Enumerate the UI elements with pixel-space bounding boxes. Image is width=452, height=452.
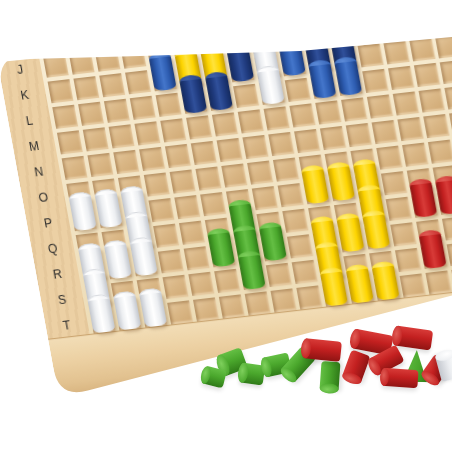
board-cell-N9[interactable] [268,132,294,156]
board-cell-M9[interactable] [264,106,290,130]
board-cell-Q4[interactable] [153,224,179,248]
board-cell-O14[interactable] [402,143,428,167]
board-cell-N6[interactable] [191,141,217,165]
board-cell-O8[interactable] [247,161,273,185]
board-cell-M12[interactable] [341,97,367,121]
board-cell-P6[interactable] [200,192,226,216]
board-cell-M2[interactable] [83,127,109,151]
board-cell-S13[interactable] [395,248,421,272]
board-cell-L10[interactable] [285,78,311,102]
board-cell-L4[interactable] [130,96,156,120]
board-cell-T5[interactable] [193,297,219,321]
loose-peg-endcap [199,365,212,385]
board-cell-T8[interactable] [271,288,297,312]
board-cell-O4[interactable] [144,172,170,196]
board-cell-M5[interactable] [160,118,186,142]
board-cell-M13[interactable] [367,94,393,118]
board-cell-J16[interactable] [431,9,452,33]
row-label-S: S [40,290,85,311]
board-cell-N5[interactable] [165,144,191,168]
board-cell-T14[interactable] [426,271,452,295]
board-cell-R4[interactable] [158,249,184,273]
board-cell-K13[interactable] [358,43,384,67]
board-cell-N11[interactable] [320,126,346,150]
board-cell-L16[interactable] [440,60,452,84]
board-cell-Q9[interactable] [282,209,308,233]
board-cell-K2[interactable] [73,76,99,100]
board-cell-T9[interactable] [296,285,322,309]
board-cell-N4[interactable] [139,147,165,171]
board-cell-K3[interactable] [99,73,125,97]
board-cell-R9[interactable] [287,234,313,258]
board-cell-N15[interactable] [423,114,449,138]
board-cell-R5[interactable] [184,246,210,270]
loose-peg-endcap [391,325,404,346]
board-cell-O13[interactable] [376,146,402,170]
board-cell-L15[interactable] [414,63,440,87]
loose-peg-endcap [434,348,452,363]
board-cell-T6[interactable] [219,294,245,318]
board-cell-Q5[interactable] [179,221,205,245]
board-cell-L3[interactable] [104,99,130,123]
loose-peg-endcap [278,364,299,384]
photo-scene: JKLMNOPQRST [0,0,452,452]
loose-peg-red[interactable] [393,325,433,350]
board-cell-O5[interactable] [170,170,196,194]
row-label-J: J [0,59,42,80]
loose-peg-endcap [300,338,312,359]
loose-peg-red[interactable] [381,368,418,388]
table-surface [0,386,452,452]
board-cell-M4[interactable] [134,121,160,145]
board-cell-S6[interactable] [214,269,240,293]
board-cell-O9[interactable] [273,158,299,182]
board-cell-J14[interactable] [379,15,405,39]
row-label-Q: Q [31,239,76,260]
board-cell-L8[interactable] [233,84,259,108]
board-cell-L5[interactable] [156,93,182,117]
board-cell-P13[interactable] [381,171,407,195]
board-cell-P4[interactable] [149,198,175,222]
board-cell-T7[interactable] [245,291,271,315]
row-label-L: L [7,111,52,132]
board-cell-M11[interactable] [315,100,341,124]
loose-peg-red[interactable] [341,349,370,384]
board-cell-N14[interactable] [398,117,424,141]
board-cell-L2[interactable] [78,102,104,126]
board-cell-K14[interactable] [384,40,410,64]
board-cell-S8[interactable] [266,263,292,287]
board-cell-N13[interactable] [372,120,398,144]
board-cell-J1[interactable] [43,54,69,78]
board-cell-K15[interactable] [409,37,435,61]
board-cell-R15[interactable] [442,216,452,240]
board-cell-J13[interactable] [353,18,379,42]
board-cell-T4[interactable] [167,300,193,324]
row-label-R: R [35,264,80,285]
board-cell-O7[interactable] [221,164,247,188]
board-cell-S15[interactable] [447,242,452,266]
board-cell-M14[interactable] [393,91,419,115]
board-cell-M16[interactable] [445,85,452,109]
board-cell-R13[interactable] [390,222,416,246]
board-cell-N2[interactable] [87,153,113,177]
board-cell-M1[interactable] [57,130,83,154]
board-cell-P5[interactable] [174,195,200,219]
loose-peg-green[interactable] [319,360,340,391]
board-cell-N1[interactable] [62,156,88,180]
board-cell-O6[interactable] [196,167,222,191]
board-cell-J15[interactable] [405,12,431,36]
loose-peg-green[interactable] [201,366,227,389]
board-cell-N8[interactable] [243,135,269,159]
board-cell-L14[interactable] [388,66,414,90]
board-cell-T13[interactable] [400,274,426,298]
board-cell-N10[interactable] [294,129,320,153]
loose-peg-endcap [379,368,389,387]
board-cell-P9[interactable] [278,183,304,207]
board-cell-Q13[interactable] [386,197,412,221]
board-cell-J4[interactable] [120,45,146,69]
board-cell-N12[interactable] [346,123,372,147]
board-cell-L1[interactable] [52,105,78,129]
row-label-K: K [2,85,47,106]
row-label-T: T [45,315,90,336]
loose-peg-red[interactable] [302,338,342,362]
row-label-O: O [21,187,66,208]
board-cell-M6[interactable] [186,115,212,139]
board-cell-P8[interactable] [252,186,278,210]
board-cell-M10[interactable] [290,103,316,127]
board-cell-S9[interactable] [292,260,318,284]
board-cell-J2[interactable] [69,51,95,75]
board-cell-N7[interactable] [217,138,243,162]
loose-peg-endcap [348,328,362,350]
board-cell-L13[interactable] [362,69,388,93]
row-label-P: P [26,213,71,234]
row-label-N: N [16,162,61,183]
board-cell-K1[interactable] [48,79,74,103]
board-cell-M8[interactable] [238,109,264,133]
board-cell-M15[interactable] [419,88,445,112]
board-cell-N3[interactable] [113,150,139,174]
row-label-M: M [12,136,57,157]
loose-peg-endcap [341,370,363,386]
board-cell-K16[interactable] [435,34,452,58]
board-cell-M3[interactable] [109,124,135,148]
board-cell-S5[interactable] [188,272,214,296]
loose-peg-endcap [319,382,339,393]
board-cell-O15[interactable] [428,140,452,164]
board-cell-J3[interactable] [95,48,121,72]
board-cell-K4[interactable] [125,70,151,94]
board-cell-S4[interactable] [163,275,189,299]
board-cell-M7[interactable] [212,112,238,136]
